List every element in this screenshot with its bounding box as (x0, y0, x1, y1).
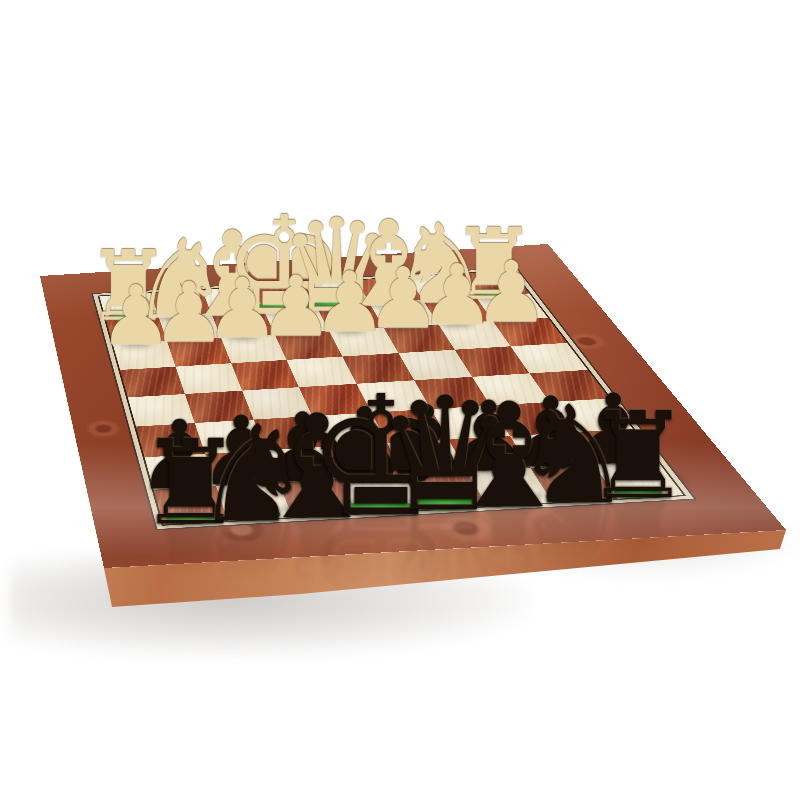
piece-black-rook-a8: ♜ (584, 397, 691, 517)
piece-white-pawn-a2: ♟ (474, 251, 549, 335)
chess-set-photo: ♜♜♞♞♝♝♚♚♛♛♝♝♞♞♜♜♟♟♟♟♟♟♟♟♟♟♟♟♟♟♟♟♟♟♟♟♟♟♟♟… (0, 0, 800, 800)
pieces-layer: ♜♜♞♞♝♝♚♚♛♛♝♝♞♞♜♜♟♟♟♟♟♟♟♟♟♟♟♟♟♟♟♟♟♟♟♟♟♟♟♟… (0, 0, 800, 800)
